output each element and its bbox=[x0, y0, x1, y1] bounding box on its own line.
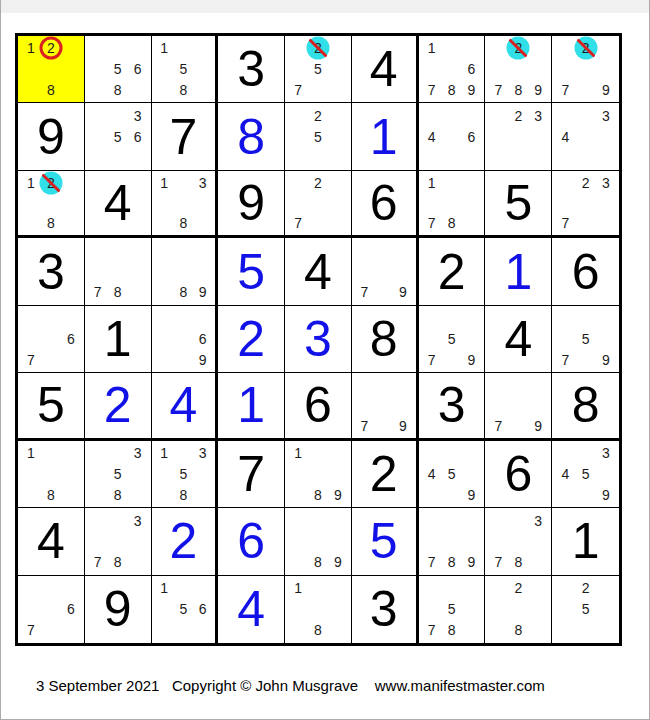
cell-r9c8[interactable]: 28 bbox=[485, 576, 552, 643]
candidate: 9 bbox=[528, 416, 548, 436]
candidate: 7 bbox=[422, 213, 442, 233]
cell-r8c6[interactable]: 5 bbox=[352, 508, 419, 575]
candidate: 2 bbox=[508, 578, 528, 599]
cell-r1c7[interactable]: 16789 bbox=[419, 36, 486, 103]
pencilmarks: 78 bbox=[88, 240, 148, 302]
cell-r7c6[interactable]: 2 bbox=[352, 441, 419, 508]
candidate: 6 bbox=[193, 599, 212, 620]
given-digit: 3 bbox=[352, 576, 416, 643]
cell-r6c7[interactable]: 3 bbox=[419, 373, 486, 440]
solved-digit: 1 bbox=[485, 238, 551, 304]
pencilmarks: 178 bbox=[422, 173, 482, 233]
candidate-eliminated-cyan-icon: 2 bbox=[575, 38, 595, 59]
pencilmarks: 1358 bbox=[155, 443, 213, 505]
candidate: 7 bbox=[355, 282, 374, 303]
cell-r6c1[interactable]: 5 bbox=[18, 373, 85, 440]
cell-r3c4[interactable]: 9 bbox=[218, 171, 285, 238]
solved-digit: 2 bbox=[152, 508, 216, 574]
candidate: 2 bbox=[308, 105, 328, 126]
candidate: 7 bbox=[355, 416, 374, 436]
candidate: 8 bbox=[108, 552, 128, 573]
given-digit: 3 bbox=[218, 36, 284, 102]
pencilmarks: 67 bbox=[21, 578, 81, 641]
pencilmarks: 16789 bbox=[422, 38, 482, 100]
pencilmarks: 579 bbox=[555, 308, 616, 370]
candidate: 3 bbox=[596, 173, 616, 193]
candidate: 1 bbox=[155, 443, 174, 464]
cell-r3c6[interactable]: 6 bbox=[352, 171, 419, 238]
candidate: 9 bbox=[393, 282, 412, 303]
candidate: 5 bbox=[108, 126, 128, 147]
candidate-eliminated-cyan-icon: 2 bbox=[41, 173, 61, 193]
given-digit: 8 bbox=[552, 373, 619, 437]
candidate: 5 bbox=[174, 599, 193, 620]
candidate: 7 bbox=[288, 80, 308, 101]
pencilmarks: 138 bbox=[155, 173, 213, 233]
candidate: 3 bbox=[128, 443, 148, 464]
pencilmarks: 89 bbox=[155, 240, 213, 302]
candidate: 1 bbox=[155, 173, 174, 193]
candidate: 8 bbox=[108, 282, 128, 303]
pencilmarks: 28 bbox=[488, 578, 548, 641]
candidate: 1 bbox=[288, 578, 308, 599]
cell-r9c2[interactable]: 9 bbox=[85, 576, 152, 643]
cell-r1c6[interactable]: 4 bbox=[352, 36, 419, 103]
candidate: 2 bbox=[575, 578, 595, 599]
candidate: 9 bbox=[328, 484, 348, 505]
cell-r9c4[interactable]: 4 bbox=[218, 576, 285, 643]
given-digit: 4 bbox=[352, 36, 416, 102]
candidate: 8 bbox=[442, 213, 462, 233]
pencilmarks: 579 bbox=[422, 308, 482, 370]
candidate: 8 bbox=[442, 80, 462, 101]
cell-r2c5[interactable]: 25 bbox=[285, 103, 352, 170]
candidate: 5 bbox=[575, 599, 595, 620]
candidate: 4 bbox=[555, 463, 575, 484]
candidate: 7 bbox=[488, 416, 508, 436]
candidate: 6 bbox=[61, 329, 81, 350]
cell-r3c7[interactable]: 178 bbox=[419, 171, 486, 238]
cell-r4c8[interactable]: 1 bbox=[485, 238, 552, 305]
cell-r7c5[interactable]: 189 bbox=[285, 441, 352, 508]
cell-r1c4[interactable]: 3 bbox=[218, 36, 285, 103]
solved-digit: 8 bbox=[218, 103, 284, 169]
solved-digit: 4 bbox=[152, 373, 216, 437]
cell-r5c6[interactable]: 8 bbox=[352, 306, 419, 373]
cell-r9c1[interactable]: 67 bbox=[18, 576, 85, 643]
pencilmarks: 27 bbox=[288, 173, 348, 233]
candidate: 9 bbox=[462, 349, 482, 370]
cell-r4c3[interactable]: 89 bbox=[152, 238, 219, 305]
candidate-circled-red-icon: 2 bbox=[41, 38, 61, 59]
given-digit: 4 bbox=[85, 171, 151, 235]
pencilmarks: 128 bbox=[21, 38, 81, 100]
given-digit: 6 bbox=[552, 238, 619, 304]
cell-r2c4[interactable]: 8 bbox=[218, 103, 285, 170]
candidate: 8 bbox=[508, 80, 528, 101]
cell-r7c8[interactable]: 6 bbox=[485, 441, 552, 508]
cell-r6c3[interactable]: 4 bbox=[152, 373, 219, 440]
cell-r9c5[interactable]: 18 bbox=[285, 576, 352, 643]
cell-r5c7[interactable]: 579 bbox=[419, 306, 486, 373]
candidate: 8 bbox=[308, 484, 328, 505]
cell-r5c9[interactable]: 579 bbox=[552, 306, 619, 373]
candidate: 5 bbox=[308, 126, 328, 147]
pencilmarks: 2789 bbox=[488, 38, 548, 100]
candidate: 9 bbox=[596, 80, 616, 101]
cell-r7c7[interactable]: 459 bbox=[419, 441, 486, 508]
candidate: 4 bbox=[422, 126, 442, 147]
pencilmarks: 189 bbox=[288, 443, 348, 505]
candidate-eliminated-cyan-icon: 2 bbox=[508, 38, 528, 59]
given-digit: 2 bbox=[419, 238, 485, 304]
cell-r1c8[interactable]: 2789 bbox=[485, 36, 552, 103]
pencilmarks: 128 bbox=[21, 173, 81, 233]
pencilmarks: 18 bbox=[21, 443, 81, 505]
cell-r8c8[interactable]: 378 bbox=[485, 508, 552, 575]
cell-r4c5[interactable]: 4 bbox=[285, 238, 352, 305]
candidate: 3 bbox=[596, 105, 616, 126]
candidate: 6 bbox=[128, 59, 148, 80]
candidate: 2 bbox=[575, 173, 595, 193]
cell-r6c5[interactable]: 6 bbox=[285, 373, 352, 440]
cell-r8c5[interactable]: 89 bbox=[285, 508, 352, 575]
window-top-bar bbox=[1, 0, 649, 13]
given-digit: 5 bbox=[18, 373, 84, 437]
cell-r4c2[interactable]: 78 bbox=[85, 238, 152, 305]
candidate: 1 bbox=[21, 173, 41, 193]
candidate: 9 bbox=[462, 552, 482, 573]
given-digit: 1 bbox=[85, 306, 151, 372]
candidate: 7 bbox=[555, 213, 575, 233]
candidate: 9 bbox=[462, 80, 482, 101]
candidate: 8 bbox=[41, 213, 61, 233]
candidate: 6 bbox=[61, 599, 81, 620]
candidate: 1 bbox=[288, 443, 308, 464]
pencilmarks: 67 bbox=[21, 308, 81, 370]
cell-r2c7[interactable]: 46 bbox=[419, 103, 486, 170]
cell-r7c3[interactable]: 1358 bbox=[152, 441, 219, 508]
cell-r2c1[interactable]: 9 bbox=[18, 103, 85, 170]
pencilmarks: 23 bbox=[488, 105, 548, 167]
cell-r3c9[interactable]: 237 bbox=[552, 171, 619, 238]
candidate: 9 bbox=[528, 80, 548, 101]
candidate: 7 bbox=[488, 552, 508, 573]
candidate-eliminated-cyan-icon: 2 bbox=[308, 38, 328, 59]
candidate: 3 bbox=[128, 105, 148, 126]
candidate: 7 bbox=[555, 349, 575, 370]
solved-digit: 4 bbox=[218, 576, 284, 643]
pencilmarks: 18 bbox=[288, 578, 348, 641]
solved-digit: 6 bbox=[218, 508, 284, 574]
cell-r3c5[interactable]: 27 bbox=[285, 171, 352, 238]
given-digit: 9 bbox=[218, 171, 284, 235]
candidate: 1 bbox=[422, 173, 442, 193]
pencilmarks: 358 bbox=[88, 443, 148, 505]
given-digit: 7 bbox=[152, 103, 216, 169]
given-digit: 7 bbox=[218, 441, 284, 507]
cell-r2c2[interactable]: 356 bbox=[85, 103, 152, 170]
cell-r3c1[interactable]: 128 bbox=[18, 171, 85, 238]
candidate: 1 bbox=[21, 443, 41, 464]
candidate: 5 bbox=[108, 59, 128, 80]
cell-r5c5[interactable]: 3 bbox=[285, 306, 352, 373]
cell-r5c2[interactable]: 1 bbox=[85, 306, 152, 373]
candidate: 8 bbox=[442, 552, 462, 573]
candidate: 9 bbox=[596, 484, 616, 505]
candidate: 1 bbox=[422, 38, 442, 59]
candidate: 4 bbox=[422, 463, 442, 484]
pencilmarks: 378 bbox=[488, 510, 548, 572]
cell-r9c6[interactable]: 3 bbox=[352, 576, 419, 643]
candidate: 7 bbox=[422, 620, 442, 641]
candidate: 7 bbox=[88, 552, 108, 573]
pencilmarks: 156 bbox=[155, 578, 213, 641]
cell-r8c1[interactable]: 4 bbox=[18, 508, 85, 575]
given-digit: 9 bbox=[85, 576, 151, 643]
candidate: 3 bbox=[193, 443, 212, 464]
cell-r5c3[interactable]: 69 bbox=[152, 306, 219, 373]
candidate: 5 bbox=[174, 463, 193, 484]
solved-digit: 5 bbox=[352, 508, 416, 574]
cell-r4c7[interactable]: 2 bbox=[419, 238, 486, 305]
solved-digit: 1 bbox=[218, 373, 284, 437]
solved-digit: 2 bbox=[218, 306, 284, 372]
candidate: 9 bbox=[393, 416, 412, 436]
candidate: 8 bbox=[174, 213, 193, 233]
cell-r3c2[interactable]: 4 bbox=[85, 171, 152, 238]
cell-r6c4[interactable]: 1 bbox=[218, 373, 285, 440]
candidate: 1 bbox=[21, 38, 41, 59]
cell-r4c6[interactable]: 79 bbox=[352, 238, 419, 305]
candidate: 7 bbox=[422, 349, 442, 370]
candidate: 9 bbox=[193, 282, 212, 303]
pencilmarks: 378 bbox=[88, 510, 148, 572]
given-digit: 3 bbox=[419, 373, 485, 437]
given-digit: 1 bbox=[552, 508, 619, 574]
pencilmarks: 69 bbox=[155, 308, 213, 370]
candidate: 2 bbox=[308, 173, 328, 193]
given-digit: 4 bbox=[285, 238, 351, 304]
candidate: 3 bbox=[528, 105, 548, 126]
candidate: 6 bbox=[462, 126, 482, 147]
pencilmarks: 25 bbox=[555, 578, 616, 641]
candidate: 5 bbox=[108, 463, 128, 484]
candidate: 1 bbox=[155, 578, 174, 599]
cell-r1c5[interactable]: 257 bbox=[285, 36, 352, 103]
candidate: 8 bbox=[308, 620, 328, 641]
cell-r1c2[interactable]: 568 bbox=[85, 36, 152, 103]
given-digit: 3 bbox=[18, 238, 84, 304]
cell-r9c9[interactable]: 25 bbox=[552, 576, 619, 643]
candidate: 6 bbox=[128, 126, 148, 147]
candidate: 5 bbox=[442, 463, 462, 484]
candidate: 5 bbox=[174, 59, 193, 80]
pencilmarks: 568 bbox=[88, 38, 148, 100]
candidate: 3 bbox=[193, 173, 212, 193]
candidate: 8 bbox=[508, 620, 528, 641]
candidate: 5 bbox=[575, 463, 595, 484]
cell-r8c3[interactable]: 2 bbox=[152, 508, 219, 575]
solved-digit: 3 bbox=[285, 306, 351, 372]
candidate: 9 bbox=[462, 484, 482, 505]
cell-r2c9[interactable]: 34 bbox=[552, 103, 619, 170]
pencilmarks: 459 bbox=[422, 443, 482, 505]
cell-r1c1[interactable]: 128 bbox=[18, 36, 85, 103]
solved-digit: 2 bbox=[85, 373, 151, 437]
candidate: 8 bbox=[108, 80, 128, 101]
given-digit: 9 bbox=[18, 103, 84, 169]
candidate: 5 bbox=[442, 599, 462, 620]
candidate: 8 bbox=[108, 484, 128, 505]
candidate: 8 bbox=[174, 282, 193, 303]
solved-digit: 1 bbox=[352, 103, 416, 169]
solved-digit: 5 bbox=[218, 238, 284, 304]
candidate: 7 bbox=[21, 349, 41, 370]
cell-r4c4[interactable]: 5 bbox=[218, 238, 285, 305]
candidate: 9 bbox=[193, 349, 212, 370]
pencilmarks: 356 bbox=[88, 105, 148, 167]
cell-r8c9[interactable]: 1 bbox=[552, 508, 619, 575]
cell-r2c3[interactable]: 7 bbox=[152, 103, 219, 170]
pencilmarks: 25 bbox=[288, 105, 348, 167]
candidate: 3 bbox=[596, 443, 616, 464]
pencilmarks: 46 bbox=[422, 105, 482, 167]
candidate: 6 bbox=[462, 59, 482, 80]
candidate: 5 bbox=[575, 329, 595, 350]
candidate: 5 bbox=[308, 59, 328, 80]
candidate: 3 bbox=[528, 510, 548, 531]
cell-r6c8[interactable]: 79 bbox=[485, 373, 552, 440]
cell-r2c8[interactable]: 23 bbox=[485, 103, 552, 170]
cell-r6c6[interactable]: 79 bbox=[352, 373, 419, 440]
cell-r9c7[interactable]: 578 bbox=[419, 576, 486, 643]
cell-r5c4[interactable]: 2 bbox=[218, 306, 285, 373]
given-digit: 8 bbox=[352, 306, 416, 372]
pencilmarks: 257 bbox=[288, 38, 348, 100]
pencilmarks: 789 bbox=[422, 510, 482, 572]
candidate: 3 bbox=[128, 510, 148, 531]
pencilmarks: 237 bbox=[555, 173, 616, 233]
pencilmarks: 158 bbox=[155, 38, 213, 100]
pencilmarks: 578 bbox=[422, 578, 482, 641]
cell-r3c3[interactable]: 138 bbox=[152, 171, 219, 238]
cell-r7c2[interactable]: 358 bbox=[85, 441, 152, 508]
cell-r3c8[interactable]: 5 bbox=[485, 171, 552, 238]
candidate: 9 bbox=[328, 552, 348, 573]
pencilmarks: 79 bbox=[488, 375, 548, 435]
candidate: 7 bbox=[288, 213, 308, 233]
cell-r4c9[interactable]: 6 bbox=[552, 238, 619, 305]
pencilmarks: 279 bbox=[555, 38, 616, 100]
candidate: 8 bbox=[442, 620, 462, 641]
candidate: 9 bbox=[596, 349, 616, 370]
candidate: 7 bbox=[88, 282, 108, 303]
given-digit: 5 bbox=[485, 171, 551, 235]
sudoku-board: 1285681583257416789278927993567825146233… bbox=[15, 33, 622, 646]
candidate: 5 bbox=[442, 329, 462, 350]
candidate: 7 bbox=[21, 620, 41, 641]
candidate: 8 bbox=[308, 552, 328, 573]
candidate: 8 bbox=[41, 80, 61, 101]
candidate: 8 bbox=[41, 484, 61, 505]
candidate: 8 bbox=[508, 552, 528, 573]
cell-r7c9[interactable]: 3459 bbox=[552, 441, 619, 508]
candidate: 7 bbox=[555, 80, 575, 101]
cell-r8c2[interactable]: 378 bbox=[85, 508, 152, 575]
given-digit: 6 bbox=[285, 373, 351, 437]
candidate: 8 bbox=[174, 80, 193, 101]
cell-r8c7[interactable]: 789 bbox=[419, 508, 486, 575]
given-digit: 4 bbox=[18, 508, 84, 574]
pencilmarks: 89 bbox=[288, 510, 348, 572]
cell-r1c3[interactable]: 158 bbox=[152, 36, 219, 103]
candidate: 1 bbox=[155, 38, 174, 59]
cell-r7c4[interactable]: 7 bbox=[218, 441, 285, 508]
candidate: 7 bbox=[488, 80, 508, 101]
cell-r1c9[interactable]: 279 bbox=[552, 36, 619, 103]
given-digit: 6 bbox=[485, 441, 551, 507]
sudoku-page: 1285681583257416789278927993567825146233… bbox=[0, 0, 650, 720]
given-digit: 4 bbox=[485, 306, 551, 372]
candidate: 4 bbox=[555, 126, 575, 147]
footer-text: 3 September 2021 Copyright © John Musgra… bbox=[36, 677, 545, 695]
pencilmarks: 3459 bbox=[555, 443, 616, 505]
candidate: 8 bbox=[174, 484, 193, 505]
cell-r9c3[interactable]: 156 bbox=[152, 576, 219, 643]
cell-r5c8[interactable]: 4 bbox=[485, 306, 552, 373]
pencilmarks: 79 bbox=[355, 240, 413, 302]
candidate: 7 bbox=[422, 80, 442, 101]
given-digit: 6 bbox=[352, 171, 416, 235]
candidate: 7 bbox=[422, 552, 442, 573]
cell-r5c1[interactable]: 67 bbox=[18, 306, 85, 373]
pencilmarks: 34 bbox=[555, 105, 616, 167]
cell-r4c1[interactable]: 3 bbox=[18, 238, 85, 305]
cell-r2c6[interactable]: 1 bbox=[352, 103, 419, 170]
cell-r6c2[interactable]: 2 bbox=[85, 373, 152, 440]
cell-r6c9[interactable]: 8 bbox=[552, 373, 619, 440]
candidate: 6 bbox=[193, 329, 212, 350]
cell-r8c4[interactable]: 6 bbox=[218, 508, 285, 575]
candidate: 2 bbox=[508, 105, 528, 126]
cell-r7c1[interactable]: 18 bbox=[18, 441, 85, 508]
pencilmarks: 79 bbox=[355, 375, 413, 435]
given-digit: 2 bbox=[352, 441, 416, 507]
